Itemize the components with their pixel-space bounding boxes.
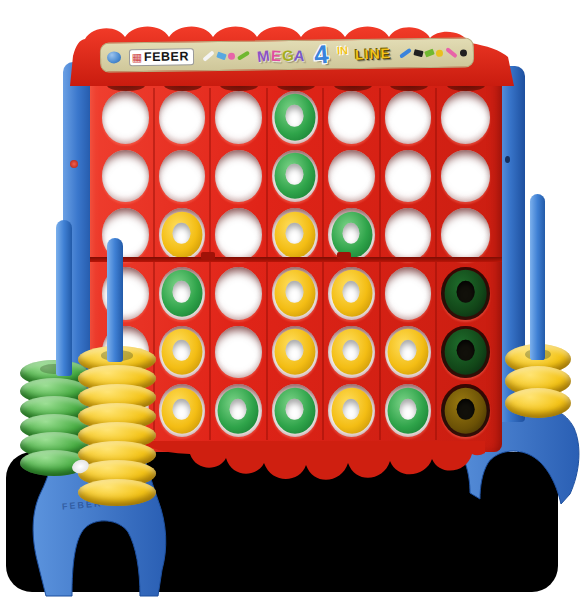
board-cell-r6c3: [211, 381, 268, 440]
board-cell-r5c4: [268, 323, 325, 382]
green-disc: [444, 329, 487, 375]
board-hole: [272, 208, 319, 261]
yellow-disc: [274, 270, 315, 316]
green-disc: [218, 387, 259, 433]
yellow-disc: [274, 211, 315, 257]
disc-center-hole: [286, 105, 303, 126]
board-cell-r2c5: [324, 147, 381, 206]
board-cell-r6c2: [155, 381, 212, 440]
board-hole: [215, 384, 262, 437]
board-cell-r6c4: [268, 381, 325, 440]
board-hole: [272, 91, 319, 144]
confetti-right: [399, 49, 467, 57]
confetti-dot: [227, 52, 234, 59]
confetti-dot: [460, 49, 467, 56]
title-in: IN: [336, 44, 348, 57]
yellow-disc: [388, 329, 429, 375]
board-hole: [385, 150, 432, 203]
board-hole: [159, 267, 206, 320]
board-hole: [159, 326, 206, 379]
board-hole: [272, 150, 319, 203]
green-disc: [274, 153, 315, 199]
seam-latch: [337, 252, 351, 260]
board-hole: [441, 150, 490, 203]
disc-center-hole: [399, 340, 416, 361]
disc-center-hole: [173, 223, 190, 244]
green-disc: [161, 270, 202, 316]
disc-center-hole: [343, 399, 360, 420]
board-half-seam: [90, 257, 502, 262]
confetti-baton: [445, 47, 458, 58]
confetti-rect: [424, 49, 435, 58]
confetti-baton: [399, 48, 412, 59]
board-cell-r4c6: [381, 264, 438, 323]
board-cell-r1c4: [268, 88, 325, 147]
board-hole: [385, 326, 432, 379]
right-yellow-tray-peg: [530, 194, 545, 360]
blue-ball-icon: [107, 51, 121, 63]
disc-center-hole: [456, 340, 474, 361]
left-yellow-tray-peg: [107, 238, 123, 362]
feber-logo-text: FEBER: [144, 49, 189, 64]
title-four: 4: [313, 43, 329, 66]
confetti-rect: [413, 49, 423, 57]
board-cell-r4c5: [324, 264, 381, 323]
board-hole: [328, 384, 375, 437]
title-mega: MEGA: [257, 46, 305, 64]
confetti-left: [201, 52, 249, 60]
disc-center-hole: [343, 223, 360, 244]
disc-center-hole: [173, 281, 190, 302]
yellow-disc: [331, 387, 372, 433]
board-cell-r2c7: [437, 147, 494, 206]
board-cell-r5c6: [381, 323, 438, 382]
disc-center-hole: [286, 399, 303, 420]
board-hole: [328, 91, 375, 144]
board-cell-r6c7: [437, 381, 494, 440]
board-hole: [159, 91, 206, 144]
board-hole: [441, 91, 490, 144]
board-cell-r1c7: [437, 88, 494, 147]
board-cell-r3c5: [324, 205, 381, 264]
board-cell-r1c1: [98, 88, 155, 147]
board-hole: [385, 384, 432, 437]
board-hole: [385, 91, 432, 144]
feber-logo: ▦ FEBER: [129, 48, 195, 66]
scallop-shape: [140, 441, 485, 480]
green-disc: [331, 211, 372, 257]
yellow-tray-ring: [78, 479, 156, 506]
yellow-disc: [274, 329, 315, 375]
board-cell-r3c6: [381, 205, 438, 264]
board-hole: [215, 326, 262, 379]
board-hole: [441, 326, 490, 379]
board-cell-r2c2: [155, 147, 212, 206]
board-cell-r2c4: [268, 147, 325, 206]
feber-grid-icon: ▦: [132, 52, 143, 63]
disc-center-hole: [456, 399, 474, 420]
board-cell-r6c5: [324, 381, 381, 440]
disc-center-hole: [286, 164, 303, 185]
board-cell-r2c3: [211, 147, 268, 206]
disc-center-hole: [286, 223, 303, 244]
board-cell-r3c3: [211, 205, 268, 264]
green-disc: [444, 270, 487, 316]
confetti-baton: [202, 50, 214, 62]
title-letter: G: [281, 46, 294, 64]
board-hole: [159, 208, 206, 261]
title-letter: E: [270, 46, 281, 64]
yellow-disc: [331, 329, 372, 375]
screw-cap-icon: [70, 160, 78, 168]
left-green-tray-peg: [56, 220, 72, 376]
seam-latch: [201, 252, 215, 260]
disc-center-hole: [286, 340, 303, 361]
board-hole: [272, 384, 319, 437]
title-line: LINE: [355, 45, 392, 63]
title-sticker: ▦ FEBER MEGA 4 IN LINE: [100, 37, 474, 72]
board-hole: [441, 267, 490, 320]
green-disc: [388, 387, 429, 433]
board-hole: [328, 267, 375, 320]
title-letter: M: [256, 46, 270, 64]
board-hole: [328, 326, 375, 379]
green-disc: [274, 387, 315, 433]
board-cell-r5c5: [324, 323, 381, 382]
board-hole: [215, 150, 262, 203]
board-bottom-scallop: [140, 441, 485, 487]
board-hole: [215, 91, 262, 144]
board-cell-r5c7: [437, 323, 494, 382]
title-letter: A: [294, 46, 306, 64]
board-grid: [98, 88, 494, 440]
yellow-disc: [161, 211, 202, 257]
board-cell-r1c2: [155, 88, 212, 147]
disc-center-hole: [343, 281, 360, 302]
board-hole: [441, 208, 490, 261]
board-hole: [385, 208, 432, 261]
confetti-dot: [436, 49, 443, 56]
disc-center-hole: [343, 340, 360, 361]
yellow-disc: [444, 387, 487, 433]
disc-center-hole: [286, 281, 303, 302]
board-hole: [102, 150, 149, 203]
board-hole: [272, 267, 319, 320]
board-hole: [441, 384, 490, 437]
board-hole: [328, 208, 375, 261]
board-cell-r5c3: [211, 323, 268, 382]
board-hole: [385, 267, 432, 320]
disc-center-hole: [173, 340, 190, 361]
board-cell-r4c3: [211, 264, 268, 323]
yellow-disc: [161, 387, 202, 433]
board-hole: [272, 326, 319, 379]
disc-center-hole: [173, 399, 190, 420]
board-cell-r1c5: [324, 88, 381, 147]
board-hole: [159, 384, 206, 437]
confetti-baton: [236, 51, 249, 61]
yellow-disc: [161, 329, 202, 375]
board-cell-r1c6: [381, 88, 438, 147]
disc-center-hole: [456, 281, 474, 302]
scene: FEBER ▦ FEBER MEGA 4 IN LINE: [0, 0, 583, 600]
board-cell-r2c6: [381, 147, 438, 206]
confetti-rect: [216, 52, 226, 61]
board-hole: [328, 150, 375, 203]
board-cell-r2c1: [98, 147, 155, 206]
board-cell-r5c2: [155, 323, 212, 382]
disc-center-hole: [399, 399, 416, 420]
board-hole: [215, 208, 262, 261]
board-cell-r1c3: [211, 88, 268, 147]
board-cell-r4c2: [155, 264, 212, 323]
board-cell-r6c6: [381, 381, 438, 440]
board-hole: [102, 91, 149, 144]
board-cell-r4c4: [268, 264, 325, 323]
yellow-disc: [331, 270, 372, 316]
board-cell-r3c4: [268, 205, 325, 264]
board-hole: [215, 267, 262, 320]
board-hole: [159, 150, 206, 203]
yellow-tray-ring-right: [505, 388, 571, 418]
disc-center-hole: [229, 399, 246, 420]
green-disc: [274, 94, 315, 140]
screw-cap-icon: [505, 156, 510, 163]
board-cell-r3c7: [437, 205, 494, 264]
board-cell-r4c7: [437, 264, 494, 323]
